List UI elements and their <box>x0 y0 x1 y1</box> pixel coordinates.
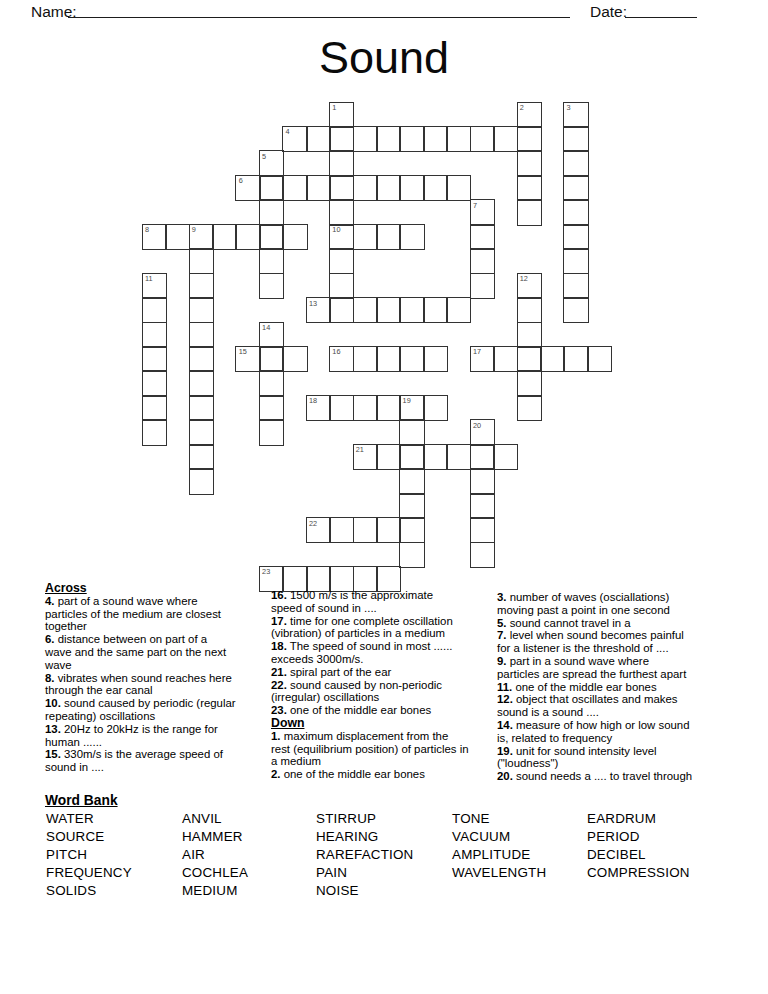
grid-cell-r11c16[interactable] <box>517 370 542 396</box>
grid-cell-r3c9[interactable] <box>353 175 378 201</box>
word-bank-column-3: STIRRUPHEARINGRAREFACTIONPAINNOISE <box>316 810 413 900</box>
across-clue-23: 23. one of the middle ear bones <box>271 704 509 717</box>
grid-cell-r16c14[interactable] <box>470 493 495 519</box>
grid-cell-r7c14[interactable] <box>470 273 495 299</box>
down-clue-number-12: 12. <box>497 693 513 705</box>
grid-cell-r12c8[interactable] <box>329 395 354 421</box>
down-clue-9: 9. part in a sound wave where particles … <box>497 655 729 681</box>
word-bank-word-amplitude: AMPLITUDE <box>452 846 546 864</box>
cell-number-13: 13 <box>309 300 317 307</box>
across-clue-16: 16. 1500 m/s is the approximate speed of… <box>271 589 509 615</box>
cell-number-19: 19 <box>403 397 411 404</box>
across-clue-10: 10. sound caused by periodic (regular re… <box>45 697 277 723</box>
grid-cell-r15c14[interactable] <box>470 468 495 494</box>
grid-cell-r3c6[interactable] <box>282 175 307 201</box>
grid-cell-r3c10[interactable] <box>376 175 401 201</box>
down-clue-number-11: 11. <box>497 681 512 693</box>
word-bank-column-5: EARDRUMPERIODDECIBELCOMPRESSION <box>587 810 690 882</box>
grid-cell-r17c9[interactable] <box>353 517 378 543</box>
grid-cell-r1c14[interactable] <box>470 126 495 152</box>
grid-cell-r1c16[interactable] <box>517 126 542 152</box>
word-bank-word-air: AIR <box>182 846 248 864</box>
grid-cell-r10c12[interactable] <box>423 346 448 372</box>
cell-number-1: 1 <box>332 104 336 111</box>
across-clue-22: 22. sound caused by non-periodic (irregu… <box>271 679 509 705</box>
grid-cell-r3c7[interactable] <box>306 175 331 201</box>
grid-cell-r13c2[interactable] <box>189 419 214 445</box>
across-clue-number-17: 17. <box>271 615 287 627</box>
word-bank-word-solids: SOLIDS <box>46 882 132 900</box>
grid-cell-r6c18[interactable] <box>563 248 588 274</box>
grid-cell-r14c13[interactable] <box>446 444 471 470</box>
across-clue-number-13: 13. <box>45 723 61 735</box>
grid-cell-r5c11[interactable] <box>399 224 424 250</box>
grid-cell-r12c0[interactable] <box>142 395 167 421</box>
grid-cell-r5c4[interactable] <box>235 224 260 250</box>
grid-cell-r9c2[interactable] <box>189 322 214 348</box>
word-bank-word-tone: TONE <box>452 810 546 828</box>
grid-cell-r4c16[interactable] <box>517 199 542 225</box>
grid-cell-r17c11[interactable] <box>399 517 424 543</box>
grid-cell-r17c8[interactable] <box>329 517 354 543</box>
grid-cell-r3c11[interactable] <box>399 175 424 201</box>
down-clue-number-1: 1. <box>271 730 281 742</box>
across-clue-number-23: 23. <box>271 704 287 716</box>
clue-column-middle: 16. 1500 m/s is the approximate speed of… <box>271 589 509 781</box>
grid-cell-r8c0[interactable] <box>142 297 167 323</box>
grid-cell-r14c14[interactable] <box>470 444 495 470</box>
name-label: Name: <box>31 3 77 21</box>
grid-cell-r17c10[interactable] <box>376 517 401 543</box>
grid-cell-r1c10[interactable] <box>376 126 401 152</box>
grid-cell-r6c2[interactable] <box>189 248 214 274</box>
grid-cell-r1c9[interactable] <box>353 126 378 152</box>
grid-cell-r4c8[interactable] <box>329 199 354 225</box>
word-bank-word-medium: MEDIUM <box>182 882 248 900</box>
cell-number-20: 20 <box>473 422 481 429</box>
grid-cell-r3c12[interactable] <box>423 175 448 201</box>
grid-cell-r10c15[interactable] <box>493 346 518 372</box>
across-clue-number-18: 18. <box>271 640 287 652</box>
down-clue-number-3: 3. <box>497 591 507 603</box>
grid-cell-r12c2[interactable] <box>189 395 214 421</box>
grid-cell-r5c14[interactable] <box>470 224 495 250</box>
word-bank-word-vacuum: VACUUM <box>452 828 546 846</box>
grid-cell-r5c18[interactable] <box>563 224 588 250</box>
word-bank-word-pain: PAIN <box>316 864 413 882</box>
down-clue-number-14: 14. <box>497 719 513 731</box>
word-bank-word-compression: COMPRESSION <box>587 864 690 882</box>
cell-number-14: 14 <box>262 324 270 331</box>
across-clue-6: 6. distance between on part of a wave an… <box>45 633 277 671</box>
grid-cell-r8c9[interactable] <box>353 297 378 323</box>
grid-cell-r7c2[interactable] <box>189 273 214 299</box>
grid-cell-r3c8[interactable] <box>329 175 354 201</box>
down-clue-14: 14. measure of how high or low sound is,… <box>497 719 729 745</box>
word-bank-column-2: ANVILHAMMERAIRCOCHLEAMEDIUM <box>182 810 248 900</box>
word-bank-word-hammer: HAMMER <box>182 828 248 846</box>
grid-cell-r1c7[interactable] <box>306 126 331 152</box>
grid-cell-r12c16[interactable] <box>517 395 542 421</box>
word-bank-word-stirrup: STIRRUP <box>316 810 413 828</box>
grid-cell-r9c0[interactable] <box>142 322 167 348</box>
across-clue-4: 4. part of a sound wave where particles … <box>45 595 277 633</box>
clue-column-right: 3. number of waves (osciallations) movin… <box>497 591 729 783</box>
grid-cell-r10c2[interactable] <box>189 346 214 372</box>
grid-cell-r15c2[interactable] <box>189 468 214 494</box>
grid-cell-r3c5[interactable] <box>259 175 284 201</box>
word-bank-word-anvil: ANVIL <box>182 810 248 828</box>
down-clue-2: 2. one of the middle ear bones <box>271 768 509 781</box>
word-bank-word-period: PERIOD <box>587 828 690 846</box>
grid-cell-r5c6[interactable] <box>282 224 307 250</box>
grid-cell-r12c5[interactable] <box>259 395 284 421</box>
grid-cell-r10c19[interactable] <box>587 346 612 372</box>
crossword-grid: 1234567891011121314151617181920212223 <box>142 102 612 592</box>
grid-cell-r14c10[interactable] <box>376 444 401 470</box>
grid-cell-r16c11[interactable] <box>399 493 424 519</box>
grid-cell-r5c10[interactable] <box>376 224 401 250</box>
grid-cell-r10c6[interactable] <box>282 346 307 372</box>
grid-cell-r6c8[interactable] <box>329 248 354 274</box>
grid-cell-r10c17[interactable] <box>540 346 565 372</box>
grid-cell-r2c18[interactable] <box>563 150 588 176</box>
cell-number-9: 9 <box>192 226 196 233</box>
cell-number-4: 4 <box>286 128 290 135</box>
across-clue-18: 18. The speed of sound in most ...... ex… <box>271 640 509 666</box>
date-label: Date: <box>590 3 627 21</box>
grid-cell-r14c11[interactable] <box>399 444 424 470</box>
grid-cell-r5c1[interactable] <box>165 224 190 250</box>
cell-number-5: 5 <box>262 153 266 160</box>
down-clue-12: 12. object that oscillates and makes sou… <box>497 693 729 719</box>
word-bank-word-hearing: HEARING <box>316 828 413 846</box>
down-clue-number-9: 9. <box>497 655 507 667</box>
cell-number-18: 18 <box>309 397 317 404</box>
grid-cell-r4c18[interactable] <box>563 199 588 225</box>
grid-cell-r8c12[interactable] <box>423 297 448 323</box>
grid-cell-r14c2[interactable] <box>189 444 214 470</box>
grid-cell-r3c16[interactable] <box>517 175 542 201</box>
across-heading: Across <box>45 582 277 595</box>
grid-cell-r10c18[interactable] <box>563 346 588 372</box>
grid-cell-r5c9[interactable] <box>353 224 378 250</box>
down-clue-number-5: 5. <box>497 617 507 629</box>
word-bank-word-decibel: DECIBEL <box>587 846 690 864</box>
cell-number-15: 15 <box>239 348 247 355</box>
cell-number-10: 10 <box>332 226 340 233</box>
across-clue-number-4: 4. <box>45 595 55 607</box>
grid-cell-r10c9[interactable] <box>353 346 378 372</box>
down-clue-19: 19. unit for sound intensity level ("lou… <box>497 745 729 771</box>
across-clue-number-15: 15. <box>45 748 61 760</box>
grid-cell-r8c10[interactable] <box>376 297 401 323</box>
grid-cell-r8c11[interactable] <box>399 297 424 323</box>
down-clue-1: 1. maximum displacement from the rest (e… <box>271 730 509 768</box>
grid-cell-r1c8[interactable] <box>329 126 354 152</box>
grid-cell-r10c5[interactable] <box>259 346 284 372</box>
cell-number-12: 12 <box>520 275 528 282</box>
cell-number-17: 17 <box>473 348 481 355</box>
grid-cell-r7c18[interactable] <box>563 273 588 299</box>
grid-cell-r8c16[interactable] <box>517 297 542 323</box>
down-clue-number-20: 20. <box>497 770 513 782</box>
grid-cell-r13c5[interactable] <box>259 419 284 445</box>
grid-cell-r12c9[interactable] <box>353 395 378 421</box>
grid-cell-r6c5[interactable] <box>259 248 284 274</box>
cell-number-16: 16 <box>332 348 340 355</box>
grid-cell-r8c18[interactable] <box>563 297 588 323</box>
across-clue-number-6: 6. <box>45 633 55 645</box>
grid-cell-r1c15[interactable] <box>493 126 518 152</box>
date-blank-line <box>625 17 697 18</box>
grid-cell-r17c14[interactable] <box>470 517 495 543</box>
cell-number-7: 7 <box>473 202 477 209</box>
down-heading: Down <box>271 717 509 730</box>
grid-cell-r18c11[interactable] <box>399 542 424 568</box>
name-blank-line <box>68 17 570 18</box>
grid-cell-r8c8[interactable] <box>329 297 354 323</box>
cell-number-23: 23 <box>262 568 270 575</box>
down-clue-3: 3. number of waves (osciallations) movin… <box>497 591 729 617</box>
grid-cell-r7c8[interactable] <box>329 273 354 299</box>
grid-cell-r12c12[interactable] <box>423 395 448 421</box>
grid-cell-r1c18[interactable] <box>563 126 588 152</box>
word-bank-word-water: WATER <box>46 810 132 828</box>
word-bank-word-pitch: PITCH <box>46 846 132 864</box>
word-bank-word-source: SOURCE <box>46 828 132 846</box>
cell-number-2: 2 <box>520 104 524 111</box>
grid-cell-r10c0[interactable] <box>142 346 167 372</box>
grid-cell-r5c5[interactable] <box>259 224 284 250</box>
grid-cell-r10c10[interactable] <box>376 346 401 372</box>
worksheet-page: Name: Date: Sound 1234567891011121314151… <box>0 0 768 994</box>
grid-cell-r10c16[interactable] <box>517 346 542 372</box>
grid-cell-r10c11[interactable] <box>399 346 424 372</box>
grid-cell-r2c16[interactable] <box>517 150 542 176</box>
grid-cell-r1c11[interactable] <box>399 126 424 152</box>
cell-number-21: 21 <box>356 446 364 453</box>
grid-cell-r11c0[interactable] <box>142 370 167 396</box>
across-clue-number-16: 16. <box>271 589 287 601</box>
grid-cell-r6c14[interactable] <box>470 248 495 274</box>
word-bank-column-1: WATERSOURCEPITCHFREQUENCYSOLIDS <box>46 810 132 900</box>
clue-column-left: Across4. part of a sound wave where part… <box>45 582 277 774</box>
down-clue-7: 7. level when sound becomes painful for … <box>497 629 729 655</box>
word-bank-word-rarefaction: RAREFACTION <box>316 846 413 864</box>
grid-cell-r1c12[interactable] <box>423 126 448 152</box>
grid-cell-r12c10[interactable] <box>376 395 401 421</box>
across-clue-21: 21. spiral part of the ear <box>271 666 509 679</box>
word-bank-word-cochlea: COCHLEA <box>182 864 248 882</box>
across-clue-number-22: 22. <box>271 679 287 691</box>
across-clue-number-8: 8. <box>45 672 55 684</box>
cell-number-22: 22 <box>309 520 317 527</box>
grid-cell-r13c11[interactable] <box>399 419 424 445</box>
grid-cell-r15c11[interactable] <box>399 468 424 494</box>
down-clue-20: 20. sound needs a .... to travel through <box>497 770 729 783</box>
word-bank-heading: Word Bank <box>45 793 118 808</box>
cell-number-3: 3 <box>567 104 571 111</box>
grid-cell-r18c14[interactable] <box>470 542 495 568</box>
across-clue-15: 15. 330m/s is the average speed of sound… <box>45 748 277 774</box>
puzzle-title: Sound <box>0 33 768 83</box>
across-clue-number-10: 10. <box>45 697 61 709</box>
across-clue-number-21: 21. <box>271 666 287 678</box>
across-clue-8: 8. vibrates when sound reaches here thro… <box>45 672 277 698</box>
grid-cell-r9c16[interactable] <box>517 322 542 348</box>
word-bank-column-4: TONEVACUUMAMPLITUDEWAVELENGTH <box>452 810 546 882</box>
grid-cell-r2c8[interactable] <box>329 150 354 176</box>
grid-cell-r14c12[interactable] <box>423 444 448 470</box>
word-bank-word-frequency: FREQUENCY <box>46 864 132 882</box>
grid-cell-r13c0[interactable] <box>142 419 167 445</box>
cell-number-6: 6 <box>239 177 243 184</box>
word-bank-word-noise: NOISE <box>316 882 413 900</box>
grid-cell-r14c15[interactable] <box>493 444 518 470</box>
grid-cell-r4c5[interactable] <box>259 199 284 225</box>
grid-cell-r8c13[interactable] <box>446 297 471 323</box>
grid-cell-r3c18[interactable] <box>563 175 588 201</box>
across-clue-13: 13. 20Hz to 20kHz is the range for human… <box>45 723 277 749</box>
down-clue-number-2: 2. <box>271 768 281 780</box>
down-clue-number-19: 19. <box>497 745 513 757</box>
word-bank-word-wavelength: WAVELENGTH <box>452 864 546 882</box>
down-clue-11: 11. one of the middle ear bones <box>497 681 729 694</box>
down-clue-5: 5. sound cannot travel in a <box>497 617 729 630</box>
grid-cell-r8c2[interactable] <box>189 297 214 323</box>
down-clue-number-7: 7. <box>497 629 507 641</box>
grid-cell-r11c2[interactable] <box>189 370 214 396</box>
cell-number-8: 8 <box>145 226 149 233</box>
across-clue-17: 17. time for one complete oscillation (v… <box>271 615 509 641</box>
grid-cell-r7c5[interactable] <box>259 273 284 299</box>
word-bank-word-eardrum: EARDRUM <box>587 810 690 828</box>
cell-number-11: 11 <box>145 275 153 282</box>
grid-cell-r3c13[interactable] <box>446 175 471 201</box>
grid-cell-r11c5[interactable] <box>259 370 284 396</box>
grid-cell-r5c3[interactable] <box>212 224 237 250</box>
grid-cell-r1c13[interactable] <box>446 126 471 152</box>
